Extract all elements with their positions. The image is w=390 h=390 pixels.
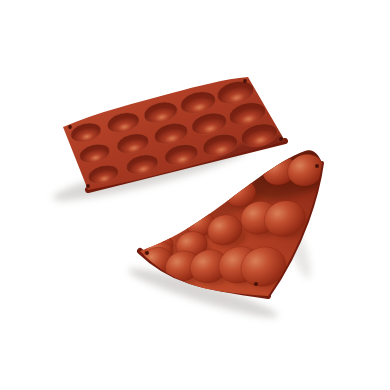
corner-hole (86, 184, 90, 188)
corner-hole (315, 164, 319, 168)
corner-hole (145, 251, 149, 255)
product-photo: Two flexible terracotta-red silicone hal… (0, 0, 390, 390)
corner-hole (254, 282, 258, 286)
molds-illustration (0, 0, 390, 390)
corner-hole (243, 79, 247, 83)
corner-hole (279, 137, 283, 141)
corner-hole (68, 125, 72, 129)
